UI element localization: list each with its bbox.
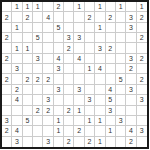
cell-r14c10-clue-1[interactable]: 1	[95, 137, 105, 147]
cell-r10c10[interactable]	[95, 95, 105, 105]
cell-r7c6-clue-3[interactable]: 3	[54, 64, 64, 74]
cell-r11c12[interactable]	[116, 106, 126, 116]
cell-r4c13[interactable]	[126, 33, 136, 43]
cell-r6c9[interactable]	[85, 54, 95, 64]
cell-r5c12[interactable]	[116, 43, 126, 53]
cell-r7c10-clue-4[interactable]: 4	[95, 64, 105, 74]
cell-r9c13-clue-3[interactable]: 3	[126, 85, 136, 95]
cell-r8c13[interactable]	[126, 74, 136, 84]
cell-r7c11[interactable]	[106, 64, 116, 74]
cell-r7c12[interactable]	[116, 64, 126, 74]
cell-r10c5-clue-3[interactable]: 3	[43, 95, 53, 105]
cell-r6c14-clue-2[interactable]: 2	[137, 54, 147, 64]
cell-r4c10[interactable]	[95, 33, 105, 43]
cell-r12c1-clue-3[interactable]: 3	[2, 116, 12, 126]
cell-r11c4-clue-2[interactable]: 2	[33, 106, 43, 116]
cell-r10c12[interactable]	[116, 95, 126, 105]
cell-r7c1[interactable]	[2, 64, 12, 74]
cell-r2c6[interactable]	[54, 12, 64, 22]
cell-r4c3[interactable]	[23, 33, 33, 43]
cell-r10c1[interactable]	[2, 95, 12, 105]
cell-r13c10[interactable]	[95, 126, 105, 136]
cell-r11c6[interactable]	[54, 106, 64, 116]
cell-r12c7[interactable]	[64, 116, 74, 126]
cell-r14c8[interactable]	[74, 137, 84, 147]
cell-r11c10[interactable]	[95, 106, 105, 116]
cell-r10c8[interactable]	[74, 95, 84, 105]
cell-r13c6-clue-1[interactable]: 1	[54, 126, 64, 136]
cell-r10c7[interactable]	[64, 95, 74, 105]
cell-r7c7[interactable]	[64, 64, 74, 74]
cell-r10c11-clue-5[interactable]: 5	[106, 95, 116, 105]
cell-r1c9[interactable]	[85, 2, 95, 12]
cell-r2c13-clue-3[interactable]: 3	[126, 12, 136, 22]
cell-r4c5[interactable]	[43, 33, 53, 43]
cell-r2c2[interactable]	[12, 12, 22, 22]
cell-r7c3[interactable]	[23, 64, 33, 74]
minesweeper-board: 1112111122422321513253321123223443233142…	[0, 0, 149, 149]
cell-r1c3-clue-1[interactable]: 1	[23, 2, 33, 12]
cell-r13c13-clue-4[interactable]: 4	[126, 126, 136, 136]
cell-r13c12[interactable]	[116, 126, 126, 136]
cell-r4c4-clue-5[interactable]: 5	[33, 33, 43, 43]
cell-r6c7[interactable]	[64, 54, 74, 64]
cell-r12c10-clue-1[interactable]: 1	[95, 116, 105, 126]
cell-r7c13-clue-2[interactable]: 2	[126, 64, 136, 74]
cell-r10c6[interactable]	[54, 95, 64, 105]
cell-r14c3[interactable]	[23, 137, 33, 147]
cell-r14c14[interactable]	[137, 137, 147, 147]
cell-r6c3[interactable]	[23, 54, 33, 64]
cell-r13c1-clue-2[interactable]: 2	[2, 126, 12, 136]
cell-r1c7[interactable]	[64, 2, 74, 12]
cell-r11c13[interactable]	[126, 106, 136, 116]
cell-r14c1[interactable]	[2, 137, 12, 147]
cell-r2c10[interactable]	[95, 12, 105, 22]
cell-r8c3-clue-2[interactable]: 2	[23, 74, 33, 84]
cell-r9c7[interactable]	[64, 85, 74, 95]
cell-r13c9[interactable]	[85, 126, 95, 136]
cell-r9c10[interactable]	[95, 85, 105, 95]
cell-r5c14[interactable]	[137, 43, 147, 53]
cell-r14c7-clue-2[interactable]: 2	[64, 137, 74, 147]
cell-r12c5[interactable]	[43, 116, 53, 126]
cell-r8c2[interactable]	[12, 74, 22, 84]
cell-r4c9[interactable]	[85, 33, 95, 43]
cell-r9c12[interactable]	[116, 85, 126, 95]
cell-r2c12[interactable]	[116, 12, 126, 22]
cell-r3c3[interactable]	[23, 23, 33, 33]
cell-r14c11[interactable]	[106, 137, 116, 147]
cell-r14c9-clue-2[interactable]: 2	[85, 137, 95, 147]
cell-r3c5[interactable]	[43, 23, 53, 33]
cell-r7c4[interactable]	[33, 64, 43, 74]
cell-r1c14-clue-1[interactable]: 1	[137, 2, 147, 12]
cell-r1c4-clue-1[interactable]: 1	[33, 2, 43, 12]
cell-r8c14-clue-2[interactable]: 2	[137, 74, 147, 84]
cell-r13c7[interactable]	[64, 126, 74, 136]
cell-r7c14[interactable]	[137, 64, 147, 74]
cell-r12c2[interactable]	[12, 116, 22, 126]
cell-r11c11-clue-3[interactable]: 3	[106, 106, 116, 116]
cell-r2c8[interactable]	[74, 12, 84, 22]
cell-r10c4[interactable]	[33, 95, 43, 105]
cell-r13c4[interactable]	[33, 126, 43, 136]
cell-r2c7[interactable]	[64, 12, 74, 22]
cell-r5c5[interactable]	[43, 43, 53, 53]
cell-r14c4[interactable]	[33, 137, 43, 147]
cell-r12c4[interactable]	[33, 116, 43, 126]
cell-r14c5-clue-3[interactable]: 3	[43, 137, 53, 147]
cell-r4c6[interactable]	[54, 33, 64, 43]
cell-r3c1[interactable]	[2, 23, 12, 33]
cell-r8c1-clue-2[interactable]: 2	[2, 74, 12, 84]
cell-r6c6-clue-4[interactable]: 4	[54, 54, 64, 64]
cell-r4c11[interactable]	[106, 33, 116, 43]
cell-r3c6-clue-5[interactable]: 5	[54, 23, 64, 33]
cell-r11c14[interactable]	[137, 106, 147, 116]
cell-r1c12-clue-1[interactable]: 1	[116, 2, 126, 12]
cell-r2c4[interactable]	[33, 12, 43, 22]
cell-r7c2-clue-3[interactable]: 3	[12, 64, 22, 74]
cell-r8c10[interactable]	[95, 74, 105, 84]
cell-r14c6[interactable]	[54, 137, 64, 147]
cell-r3c7[interactable]	[64, 23, 74, 33]
cell-r7c5[interactable]	[43, 64, 53, 74]
cell-r2c1-clue-2[interactable]: 2	[2, 12, 12, 22]
cell-r10c9-clue-3[interactable]: 3	[85, 95, 95, 105]
cell-r12c14[interactable]	[137, 116, 147, 126]
cell-r11c9[interactable]	[85, 106, 95, 116]
cell-r9c9[interactable]	[85, 85, 95, 95]
cell-r9c11-clue-4[interactable]: 4	[106, 85, 116, 95]
cell-r10c14-clue-3[interactable]: 3	[137, 95, 147, 105]
cell-r1c10-clue-1[interactable]: 1	[95, 2, 105, 12]
cell-r3c11[interactable]	[106, 23, 116, 33]
cell-r6c12[interactable]	[116, 54, 126, 64]
cell-r1c2-clue-1[interactable]: 1	[12, 2, 22, 12]
cell-r3c10-clue-1[interactable]: 1	[95, 23, 105, 33]
cell-r8c6[interactable]	[54, 74, 64, 84]
cell-r13c8-clue-2[interactable]: 2	[74, 126, 84, 136]
cell-r10c13[interactable]	[126, 95, 136, 105]
cell-r5c11-clue-2[interactable]: 2	[106, 43, 116, 53]
cell-r4c8-clue-3[interactable]: 3	[74, 33, 84, 43]
cell-r8c11[interactable]	[106, 74, 116, 84]
cell-r1c11[interactable]	[106, 2, 116, 12]
cell-r9c3[interactable]	[23, 85, 33, 95]
cell-r6c13-clue-3[interactable]: 3	[126, 54, 136, 64]
cell-r9c6-clue-3[interactable]: 3	[54, 85, 64, 95]
cell-r9c8-clue-3[interactable]: 3	[74, 85, 84, 95]
cell-r1c13[interactable]	[126, 2, 136, 12]
cell-r13c2-clue-4[interactable]: 4	[12, 126, 22, 136]
cell-r6c1-clue-2[interactable]: 2	[2, 54, 12, 64]
cell-r5c9[interactable]	[85, 43, 95, 53]
cell-r2c11-clue-2[interactable]: 2	[106, 12, 116, 22]
cell-r9c2-clue-2[interactable]: 2	[12, 85, 22, 95]
cell-r10c2-clue-4[interactable]: 4	[12, 95, 22, 105]
cell-r3c4[interactable]	[33, 23, 43, 33]
cell-r6c10[interactable]	[95, 54, 105, 64]
cell-r3c14[interactable]	[137, 23, 147, 33]
cell-r4c1-clue-2[interactable]: 2	[2, 33, 12, 43]
cell-r9c1[interactable]	[2, 85, 12, 95]
cell-r4c2[interactable]	[12, 33, 22, 43]
cell-r5c6[interactable]	[54, 43, 64, 53]
cell-r8c12-clue-5[interactable]: 5	[116, 74, 126, 84]
cell-r6c2[interactable]	[12, 54, 22, 64]
cell-r8c9[interactable]	[85, 74, 95, 84]
cell-r14c12[interactable]	[116, 137, 126, 147]
cell-r6c4-clue-3[interactable]: 3	[33, 54, 43, 64]
cell-r5c8[interactable]	[74, 43, 84, 53]
cell-r5c1[interactable]	[2, 43, 12, 53]
cell-r4c14-clue-2[interactable]: 2	[137, 33, 147, 43]
cell-r11c3[interactable]	[23, 106, 33, 116]
cell-r5c7-clue-2[interactable]: 2	[64, 43, 74, 53]
cell-r8c8[interactable]	[74, 74, 84, 84]
cell-r9c4[interactable]	[33, 85, 43, 95]
cell-r14c2-clue-3[interactable]: 3	[12, 137, 22, 147]
cell-r13c11-clue-1[interactable]: 1	[106, 126, 116, 136]
cell-r12c13[interactable]	[126, 116, 136, 126]
cell-r5c10-clue-3[interactable]: 3	[95, 43, 105, 53]
cell-r3c8[interactable]	[74, 23, 84, 33]
cell-r3c9[interactable]	[85, 23, 95, 33]
cell-r12c8[interactable]	[74, 116, 84, 126]
cell-r11c1[interactable]	[2, 106, 12, 116]
cell-r2c3-clue-2[interactable]: 2	[23, 12, 33, 22]
cell-r8c4-clue-2[interactable]: 2	[33, 74, 43, 84]
cell-r5c4[interactable]	[33, 43, 43, 53]
cell-r6c11[interactable]	[106, 54, 116, 64]
cell-r4c7-clue-3[interactable]: 3	[64, 33, 74, 43]
cell-r13c14-clue-3[interactable]: 3	[137, 126, 147, 136]
cell-r7c8[interactable]	[74, 64, 84, 74]
cell-r12c11[interactable]	[106, 116, 116, 126]
cell-r10c3[interactable]	[23, 95, 33, 105]
cell-r6c5[interactable]	[43, 54, 53, 64]
cell-r13c5[interactable]	[43, 126, 53, 136]
cell-r3c12[interactable]	[116, 23, 126, 33]
cell-r8c7[interactable]	[64, 74, 74, 84]
cell-r11c5-clue-2[interactable]: 2	[43, 106, 53, 116]
cell-r12c12-clue-3[interactable]: 3	[116, 116, 126, 126]
cell-r3c13-clue-3[interactable]: 3	[126, 23, 136, 33]
cell-r12c6-clue-1[interactable]: 1	[54, 116, 64, 126]
cell-r3c2-clue-1[interactable]: 1	[12, 23, 22, 33]
cell-r2c14-clue-2[interactable]: 2	[137, 12, 147, 22]
cell-r14c13-clue-2[interactable]: 2	[126, 137, 136, 147]
cell-r7c9-clue-1[interactable]: 1	[85, 64, 95, 74]
cell-r2c5-clue-4[interactable]: 4	[43, 12, 53, 22]
cell-r9c14[interactable]	[137, 85, 147, 95]
cell-r1c6-clue-2[interactable]: 2	[54, 2, 64, 12]
cell-r2c9-clue-2[interactable]: 2	[85, 12, 95, 22]
cell-r6c8-clue-4[interactable]: 4	[74, 54, 84, 64]
cell-r1c5[interactable]	[43, 2, 53, 12]
cell-r1c1[interactable]	[2, 2, 12, 12]
cell-r5c2-clue-1[interactable]: 1	[12, 43, 22, 53]
cell-r5c3-clue-1[interactable]: 1	[23, 43, 33, 53]
cell-r5c13[interactable]	[126, 43, 136, 53]
cell-r11c8-clue-1[interactable]: 1	[74, 106, 84, 116]
cell-r12c3-clue-5[interactable]: 5	[23, 116, 33, 126]
cell-r8c5-clue-2[interactable]: 2	[43, 74, 53, 84]
cell-r11c2[interactable]	[12, 106, 22, 116]
cell-r1c8-clue-1[interactable]: 1	[74, 2, 84, 12]
cell-r4c12[interactable]	[116, 33, 126, 43]
cell-r9c5[interactable]	[43, 85, 53, 95]
cell-r13c3[interactable]	[23, 126, 33, 136]
cell-r11c7-clue-2[interactable]: 2	[64, 106, 74, 116]
cell-r12c9-clue-1[interactable]: 1	[85, 116, 95, 126]
